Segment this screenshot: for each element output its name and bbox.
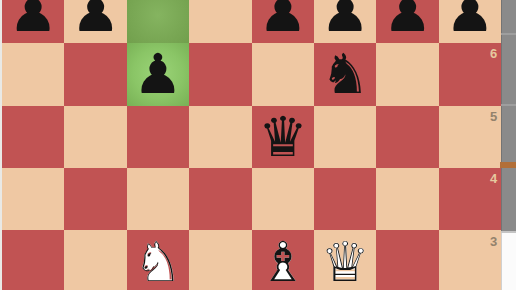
- square-g3[interactable]: [376, 230, 438, 290]
- square-e4[interactable]: [252, 168, 314, 230]
- black-pawn-g7[interactable]: ♟: [376, 0, 438, 43]
- chess-board: ♟♟♟♟♟♟♟♞♛♞♘♝♗♛♕6543: [2, 0, 501, 290]
- black-queen-e5[interactable]: ♛: [252, 106, 314, 168]
- square-d6[interactable]: [189, 43, 251, 105]
- queen-glyph: ♛: [252, 106, 314, 168]
- square-a5[interactable]: [2, 106, 64, 168]
- square-f5[interactable]: [314, 106, 376, 168]
- square-d4[interactable]: [189, 168, 251, 230]
- pawn-glyph: ♟: [439, 0, 501, 43]
- rank-label-4: 4: [490, 172, 497, 185]
- bishop-glyph-outline: ♗: [252, 231, 314, 290]
- square-e6[interactable]: [252, 43, 314, 105]
- chess-app-viewport: ♟♟♟♟♟♟♟♞♛♞♘♝♗♛♕6543: [0, 0, 516, 290]
- square-c5[interactable]: [127, 106, 189, 168]
- evaluation-gauge: [501, 0, 516, 290]
- pawn-glyph: ♟: [314, 0, 376, 43]
- pawn-glyph: ♟: [252, 0, 314, 43]
- square-g6[interactable]: [376, 43, 438, 105]
- square-g4[interactable]: [376, 168, 438, 230]
- square-c7[interactable]: [127, 0, 189, 43]
- square-c4[interactable]: [127, 168, 189, 230]
- square-f4[interactable]: [314, 168, 376, 230]
- square-b4[interactable]: [64, 168, 126, 230]
- square-d3[interactable]: [189, 230, 251, 290]
- square-d5[interactable]: [189, 106, 251, 168]
- black-pawn-h7[interactable]: ♟: [439, 0, 501, 43]
- square-a3[interactable]: [2, 230, 64, 290]
- pawn-glyph: ♟: [376, 0, 438, 43]
- black-pawn-b7[interactable]: ♟: [64, 0, 126, 43]
- black-pawn-c6[interactable]: ♟: [127, 43, 189, 105]
- evaluation-gauge-marker: [500, 162, 516, 168]
- square-b6[interactable]: [64, 43, 126, 105]
- white-bishop-e3[interactable]: ♝♗: [252, 231, 314, 290]
- pawn-glyph: ♟: [127, 43, 189, 105]
- square-b3[interactable]: [64, 230, 126, 290]
- pawn-glyph: ♟: [64, 0, 126, 43]
- white-knight-c3[interactable]: ♞♘: [127, 231, 189, 290]
- square-a4[interactable]: [2, 168, 64, 230]
- black-pawn-a7[interactable]: ♟: [2, 0, 64, 43]
- square-b5[interactable]: [64, 106, 126, 168]
- gauge-tick: [501, 104, 516, 106]
- white-queen-f3[interactable]: ♛♕: [314, 231, 376, 290]
- black-pawn-e7[interactable]: ♟: [252, 0, 314, 43]
- square-g5[interactable]: [376, 106, 438, 168]
- pawn-glyph: ♟: [2, 0, 64, 43]
- rank-label-3: 3: [490, 235, 497, 248]
- queen-glyph-outline: ♕: [314, 231, 376, 290]
- evaluation-gauge-white-portion: [501, 233, 516, 290]
- rank-label-6: 6: [490, 47, 497, 60]
- gauge-tick: [501, 33, 516, 35]
- square-a6[interactable]: [2, 43, 64, 105]
- knight-glyph-outline: ♘: [127, 231, 189, 290]
- rank-label-5: 5: [490, 110, 497, 123]
- square-d7[interactable]: [189, 0, 251, 43]
- black-pawn-f7[interactable]: ♟: [314, 0, 376, 43]
- black-knight-f6[interactable]: ♞: [314, 43, 376, 105]
- knight-glyph: ♞: [314, 43, 376, 105]
